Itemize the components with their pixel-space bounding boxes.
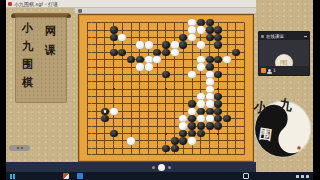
board-intersection[interactable] (144, 56, 153, 63)
board-intersection[interactable] (170, 49, 179, 56)
board-intersection[interactable] (188, 86, 197, 93)
status-pill[interactable] (9, 145, 30, 151)
board-intersection[interactable] (144, 108, 153, 115)
board-intersection[interactable] (162, 26, 171, 33)
board-intersection[interactable] (240, 71, 249, 78)
board-intersection[interactable] (197, 71, 206, 78)
board-intersection[interactable] (92, 115, 101, 122)
board-intersection[interactable] (118, 63, 127, 70)
board-intersection[interactable] (109, 41, 118, 48)
board-intersection[interactable] (223, 122, 232, 129)
board-intersection[interactable] (118, 93, 127, 100)
board-intersection[interactable] (205, 152, 214, 157)
board-intersection[interactable] (118, 100, 127, 107)
board-intersection[interactable] (144, 100, 153, 107)
board-intersection[interactable] (100, 93, 109, 100)
board-intersection[interactable] (188, 71, 197, 78)
share-screen-icon[interactable] (261, 68, 266, 73)
board-intersection[interactable] (109, 19, 118, 26)
board-intersection[interactable] (109, 130, 118, 137)
board-intersection[interactable] (118, 41, 127, 48)
board-intersection[interactable] (170, 63, 179, 70)
board-intersection[interactable] (144, 63, 153, 70)
board-intersection[interactable] (153, 86, 162, 93)
board-intersection[interactable] (127, 41, 136, 48)
board-intersection[interactable] (127, 122, 136, 129)
board-intersection[interactable] (205, 71, 214, 78)
board-intersection[interactable] (127, 49, 136, 56)
board-intersection[interactable] (179, 137, 188, 144)
board-intersection[interactable] (170, 26, 179, 33)
board-intersection[interactable] (118, 34, 127, 41)
board-intersection[interactable] (205, 145, 214, 152)
board-intersection[interactable] (170, 115, 179, 122)
board-intersection[interactable] (162, 19, 171, 26)
board-intersection[interactable] (109, 26, 118, 33)
board-intersection[interactable] (162, 145, 171, 152)
board-intersection[interactable] (162, 34, 171, 41)
board-intersection[interactable] (214, 41, 223, 48)
board-intersection[interactable] (232, 100, 241, 107)
board-intersection[interactable] (162, 122, 171, 129)
board-intersection[interactable] (162, 152, 171, 157)
board-intersection[interactable] (100, 108, 109, 115)
board-intersection[interactable] (100, 100, 109, 107)
board-intersection[interactable] (170, 19, 179, 26)
board-intersection[interactable] (179, 115, 188, 122)
board-intersection[interactable] (240, 78, 249, 85)
board-intersection[interactable] (92, 63, 101, 70)
board-intersection[interactable] (83, 78, 92, 85)
board-intersection[interactable] (232, 19, 241, 26)
board-intersection[interactable] (205, 86, 214, 93)
board-intersection[interactable] (153, 130, 162, 137)
board-intersection[interactable] (92, 19, 101, 26)
board-intersection[interactable] (232, 78, 241, 85)
board-intersection[interactable] (162, 108, 171, 115)
board-intersection[interactable] (240, 56, 249, 63)
board-intersection[interactable] (205, 56, 214, 63)
board-intersection[interactable] (232, 122, 241, 129)
board-intersection[interactable] (135, 145, 144, 152)
nav-current-button[interactable] (158, 164, 165, 171)
board-intersection[interactable] (100, 41, 109, 48)
board-intersection[interactable] (135, 130, 144, 137)
board-intersection[interactable] (127, 115, 136, 122)
board-intersection[interactable] (188, 115, 197, 122)
board-intersection[interactable] (144, 145, 153, 152)
board-intersection[interactable] (179, 71, 188, 78)
board-intersection[interactable] (170, 152, 179, 157)
board-intersection[interactable] (109, 56, 118, 63)
board-intersection[interactable] (170, 145, 179, 152)
board-intersection[interactable] (179, 145, 188, 152)
board-intersection[interactable] (232, 145, 241, 152)
board-intersection[interactable] (240, 115, 249, 122)
board-intersection[interactable] (179, 63, 188, 70)
board-intersection[interactable] (214, 71, 223, 78)
board-intersection[interactable] (223, 93, 232, 100)
board-intersection[interactable] (197, 152, 206, 157)
board-intersection[interactable] (109, 93, 118, 100)
board-intersection[interactable] (232, 56, 241, 63)
board-intersection[interactable] (135, 115, 144, 122)
board-intersection[interactable] (118, 130, 127, 137)
board-intersection[interactable] (240, 122, 249, 129)
board-intersection[interactable] (109, 34, 118, 41)
board-intersection[interactable] (197, 49, 206, 56)
board-intersection[interactable] (135, 122, 144, 129)
board-intersection[interactable] (100, 26, 109, 33)
board-intersection[interactable] (92, 108, 101, 115)
board-intersection[interactable] (170, 108, 179, 115)
board-intersection[interactable] (232, 137, 241, 144)
board-intersection[interactable] (240, 19, 249, 26)
board-intersection[interactable] (205, 108, 214, 115)
board-intersection[interactable] (223, 100, 232, 107)
minimize-icon[interactable] (304, 36, 307, 37)
board-intersection[interactable] (162, 78, 171, 85)
board-intersection[interactable] (153, 152, 162, 157)
board-intersection[interactable] (197, 108, 206, 115)
board-intersection[interactable] (170, 71, 179, 78)
board-intersection[interactable] (127, 19, 136, 26)
board-intersection[interactable] (100, 130, 109, 137)
nav-prev-dot[interactable] (152, 166, 155, 169)
board-intersection[interactable] (205, 122, 214, 129)
start-button[interactable] (10, 174, 15, 179)
board-intersection[interactable] (153, 100, 162, 107)
board-intersection[interactable] (179, 130, 188, 137)
board-intersection[interactable] (83, 100, 92, 107)
board-intersection[interactable] (135, 63, 144, 70)
board-intersection[interactable] (205, 115, 214, 122)
board-intersection[interactable] (118, 78, 127, 85)
board-intersection[interactable] (135, 108, 144, 115)
board-intersection[interactable] (232, 26, 241, 33)
board-intersection[interactable] (240, 100, 249, 107)
board-intersection[interactable] (118, 19, 127, 26)
board-intersection[interactable] (100, 122, 109, 129)
board-intersection[interactable] (118, 137, 127, 144)
board-intersection[interactable] (170, 34, 179, 41)
board-intersection[interactable] (179, 19, 188, 26)
board-intersection[interactable] (197, 137, 206, 144)
board-intersection[interactable] (240, 130, 249, 137)
board-intersection[interactable] (83, 93, 92, 100)
board-intersection[interactable] (118, 86, 127, 93)
board-intersection[interactable] (214, 152, 223, 157)
board-intersection[interactable] (135, 41, 144, 48)
board-intersection[interactable] (153, 26, 162, 33)
board-intersection[interactable] (100, 34, 109, 41)
board-intersection[interactable] (223, 152, 232, 157)
board-intersection[interactable] (135, 100, 144, 107)
board-intersection[interactable] (135, 34, 144, 41)
board-intersection[interactable] (170, 130, 179, 137)
board-intersection[interactable] (197, 145, 206, 152)
board-intersection[interactable] (162, 56, 171, 63)
taskbar-app-icon-2[interactable] (77, 173, 83, 179)
board-intersection[interactable] (153, 108, 162, 115)
board-intersection[interactable] (83, 145, 92, 152)
board-intersection[interactable] (109, 152, 118, 157)
board-intersection[interactable] (100, 56, 109, 63)
board-intersection[interactable] (144, 78, 153, 85)
board-intersection[interactable] (135, 71, 144, 78)
board-intersection[interactable] (100, 115, 109, 122)
board-intersection[interactable] (109, 108, 118, 115)
board-intersection[interactable] (135, 93, 144, 100)
board-intersection[interactable] (170, 100, 179, 107)
board-intersection[interactable] (153, 71, 162, 78)
taskbar-app-icon-3[interactable] (243, 173, 249, 179)
board-intersection[interactable] (240, 152, 249, 157)
board-intersection[interactable] (240, 108, 249, 115)
board-intersection[interactable] (118, 115, 127, 122)
board-intersection[interactable] (179, 56, 188, 63)
board-intersection[interactable] (144, 86, 153, 93)
board-intersection[interactable] (144, 19, 153, 26)
board-intersection[interactable] (240, 137, 249, 144)
board-intersection[interactable] (179, 26, 188, 33)
board-intersection[interactable] (153, 41, 162, 48)
board-intersection[interactable] (92, 145, 101, 152)
board-intersection[interactable] (205, 100, 214, 107)
board-intersection[interactable] (214, 26, 223, 33)
board-intersection[interactable] (127, 145, 136, 152)
board-intersection[interactable] (162, 93, 171, 100)
board-intersection[interactable] (162, 49, 171, 56)
board-intersection[interactable] (214, 130, 223, 137)
board-intersection[interactable] (135, 152, 144, 157)
board-intersection[interactable] (83, 137, 92, 144)
board-intersection[interactable] (170, 137, 179, 144)
board-intersection[interactable] (92, 152, 101, 157)
board-intersection[interactable] (223, 115, 232, 122)
board-intersection[interactable] (153, 137, 162, 144)
board-intersection[interactable] (100, 49, 109, 56)
board-intersection[interactable] (223, 86, 232, 93)
board-intersection[interactable] (153, 93, 162, 100)
board-intersection[interactable] (153, 19, 162, 26)
board-intersection[interactable] (232, 71, 241, 78)
board-intersection[interactable] (232, 108, 241, 115)
board-intersection[interactable] (179, 78, 188, 85)
board-intersection[interactable] (232, 34, 241, 41)
board-intersection[interactable] (188, 63, 197, 70)
board-intersection[interactable] (83, 56, 92, 63)
board-intersection[interactable] (205, 41, 214, 48)
board-intersection[interactable] (188, 93, 197, 100)
board-intersection[interactable] (118, 122, 127, 129)
board-intersection[interactable] (118, 108, 127, 115)
board-intersection[interactable] (223, 41, 232, 48)
board-intersection[interactable] (197, 86, 206, 93)
board-intersection[interactable] (153, 78, 162, 85)
board-intersection[interactable] (127, 71, 136, 78)
board-intersection[interactable] (179, 41, 188, 48)
board-intersection[interactable] (197, 26, 206, 33)
board-intersection[interactable] (144, 115, 153, 122)
board-intersection[interactable] (92, 130, 101, 137)
video-window-header[interactable]: 在线课堂 (259, 32, 309, 40)
board-intersection[interactable] (197, 63, 206, 70)
board-intersection[interactable] (223, 145, 232, 152)
board-intersection[interactable] (232, 49, 241, 56)
board-intersection[interactable] (153, 49, 162, 56)
board-intersection[interactable] (188, 34, 197, 41)
board-intersection[interactable] (153, 34, 162, 41)
board-intersection[interactable] (170, 93, 179, 100)
board-intersection[interactable] (118, 71, 127, 78)
board-intersection[interactable] (197, 130, 206, 137)
board-intersection[interactable] (92, 49, 101, 56)
board-intersection[interactable] (223, 34, 232, 41)
board-intersection[interactable] (83, 63, 92, 70)
board-intersection[interactable] (232, 63, 241, 70)
board-intersection[interactable] (118, 56, 127, 63)
board-intersection[interactable] (92, 93, 101, 100)
board-intersection[interactable] (188, 26, 197, 33)
board-intersection[interactable] (109, 71, 118, 78)
board-intersection[interactable] (240, 41, 249, 48)
board-intersection[interactable] (240, 26, 249, 33)
board-intersection[interactable] (83, 152, 92, 157)
board-intersection[interactable] (223, 63, 232, 70)
board-intersection[interactable] (205, 49, 214, 56)
board-intersection[interactable] (179, 34, 188, 41)
board-intersection[interactable] (92, 34, 101, 41)
board-intersection[interactable] (100, 63, 109, 70)
board-intersection[interactable] (188, 49, 197, 56)
board-intersection[interactable] (144, 130, 153, 137)
board-intersection[interactable] (188, 137, 197, 144)
board-intersection[interactable] (240, 86, 249, 93)
board-intersection[interactable] (100, 71, 109, 78)
board-intersection[interactable] (144, 71, 153, 78)
board-intersection[interactable] (214, 93, 223, 100)
board-intersection[interactable] (240, 93, 249, 100)
board-intersection[interactable] (144, 26, 153, 33)
board-intersection[interactable] (127, 86, 136, 93)
board-intersection[interactable] (197, 56, 206, 63)
taskbar-app-icon-1[interactable] (63, 173, 69, 179)
board-intersection[interactable] (100, 152, 109, 157)
board-intersection[interactable] (179, 93, 188, 100)
board-intersection[interactable] (179, 152, 188, 157)
board-intersection[interactable] (92, 78, 101, 85)
board-intersection[interactable] (109, 145, 118, 152)
board-intersection[interactable] (232, 93, 241, 100)
board-intersection[interactable] (83, 86, 92, 93)
board-intersection[interactable] (153, 56, 162, 63)
board-intersection[interactable] (92, 26, 101, 33)
board-intersection[interactable] (179, 86, 188, 93)
board-intersection[interactable] (240, 145, 249, 152)
board-intersection[interactable] (197, 100, 206, 107)
board-intersection[interactable] (197, 115, 206, 122)
board-intersection[interactable] (205, 19, 214, 26)
board-intersection[interactable] (188, 19, 197, 26)
board-intersection[interactable] (232, 41, 241, 48)
board-intersection[interactable] (135, 56, 144, 63)
board-intersection[interactable] (92, 56, 101, 63)
board-intersection[interactable] (170, 56, 179, 63)
board-intersection[interactable] (188, 78, 197, 85)
board-intersection[interactable] (214, 49, 223, 56)
board-intersection[interactable] (205, 78, 214, 85)
board-intersection[interactable] (83, 122, 92, 129)
board-intersection[interactable] (223, 78, 232, 85)
board-intersection[interactable] (240, 49, 249, 56)
board-intersection[interactable] (223, 19, 232, 26)
board-intersection[interactable] (205, 137, 214, 144)
board-intersection[interactable] (100, 86, 109, 93)
board-intersection[interactable] (127, 56, 136, 63)
board-intersection[interactable] (223, 56, 232, 63)
board-intersection[interactable] (162, 100, 171, 107)
board-intersection[interactable] (92, 41, 101, 48)
board-intersection[interactable] (162, 63, 171, 70)
board-intersection[interactable] (162, 115, 171, 122)
board-intersection[interactable] (127, 78, 136, 85)
board-intersection[interactable] (197, 122, 206, 129)
board-intersection[interactable] (118, 26, 127, 33)
board-intersection[interactable] (109, 115, 118, 122)
board-intersection[interactable] (118, 145, 127, 152)
board-intersection[interactable] (214, 19, 223, 26)
board-intersection[interactable] (179, 122, 188, 129)
board-intersection[interactable] (162, 137, 171, 144)
board-intersection[interactable] (214, 63, 223, 70)
board-intersection[interactable] (170, 41, 179, 48)
board-intersection[interactable] (83, 26, 92, 33)
board-intersection[interactable] (153, 63, 162, 70)
board-intersection[interactable] (205, 93, 214, 100)
board-intersection[interactable] (109, 78, 118, 85)
board-intersection[interactable] (135, 49, 144, 56)
board-intersection[interactable] (188, 100, 197, 107)
board-intersection[interactable] (214, 100, 223, 107)
board-intersection[interactable] (223, 49, 232, 56)
board-intersection[interactable] (214, 122, 223, 129)
board-intersection[interactable] (135, 78, 144, 85)
board-intersection[interactable] (127, 34, 136, 41)
board-intersection[interactable] (109, 100, 118, 107)
board-intersection[interactable] (214, 115, 223, 122)
board-intersection[interactable] (214, 78, 223, 85)
board-intersection[interactable] (83, 130, 92, 137)
board-intersection[interactable] (179, 108, 188, 115)
board-intersection[interactable] (153, 115, 162, 122)
board-intersection[interactable] (223, 26, 232, 33)
board-intersection[interactable] (144, 93, 153, 100)
board-intersection[interactable] (83, 19, 92, 26)
board-intersection[interactable] (92, 71, 101, 78)
board-intersection[interactable] (127, 152, 136, 157)
board-intersection[interactable] (223, 130, 232, 137)
board-intersection[interactable] (109, 137, 118, 144)
board-intersection[interactable] (214, 86, 223, 93)
board-intersection[interactable] (92, 100, 101, 107)
board-intersection[interactable] (232, 152, 241, 157)
board-intersection[interactable] (127, 63, 136, 70)
board-intersection[interactable] (100, 19, 109, 26)
board-intersection[interactable] (83, 41, 92, 48)
board-intersection[interactable] (144, 49, 153, 56)
board-intersection[interactable] (170, 86, 179, 93)
